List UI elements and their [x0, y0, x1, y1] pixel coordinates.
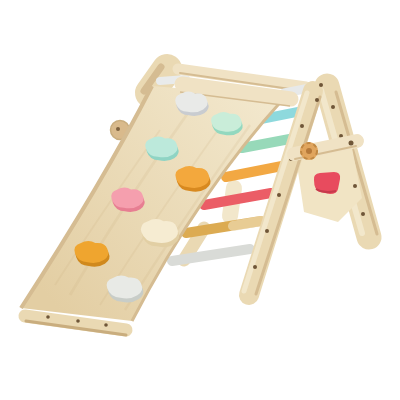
locking-knob-center	[306, 148, 312, 154]
product-photo	[0, 0, 400, 400]
climbing-triangle-illustration	[0, 0, 400, 400]
left-knob-hole	[116, 127, 120, 131]
gold-rung-highlight	[233, 221, 261, 226]
locking-arm-hole	[349, 141, 354, 146]
